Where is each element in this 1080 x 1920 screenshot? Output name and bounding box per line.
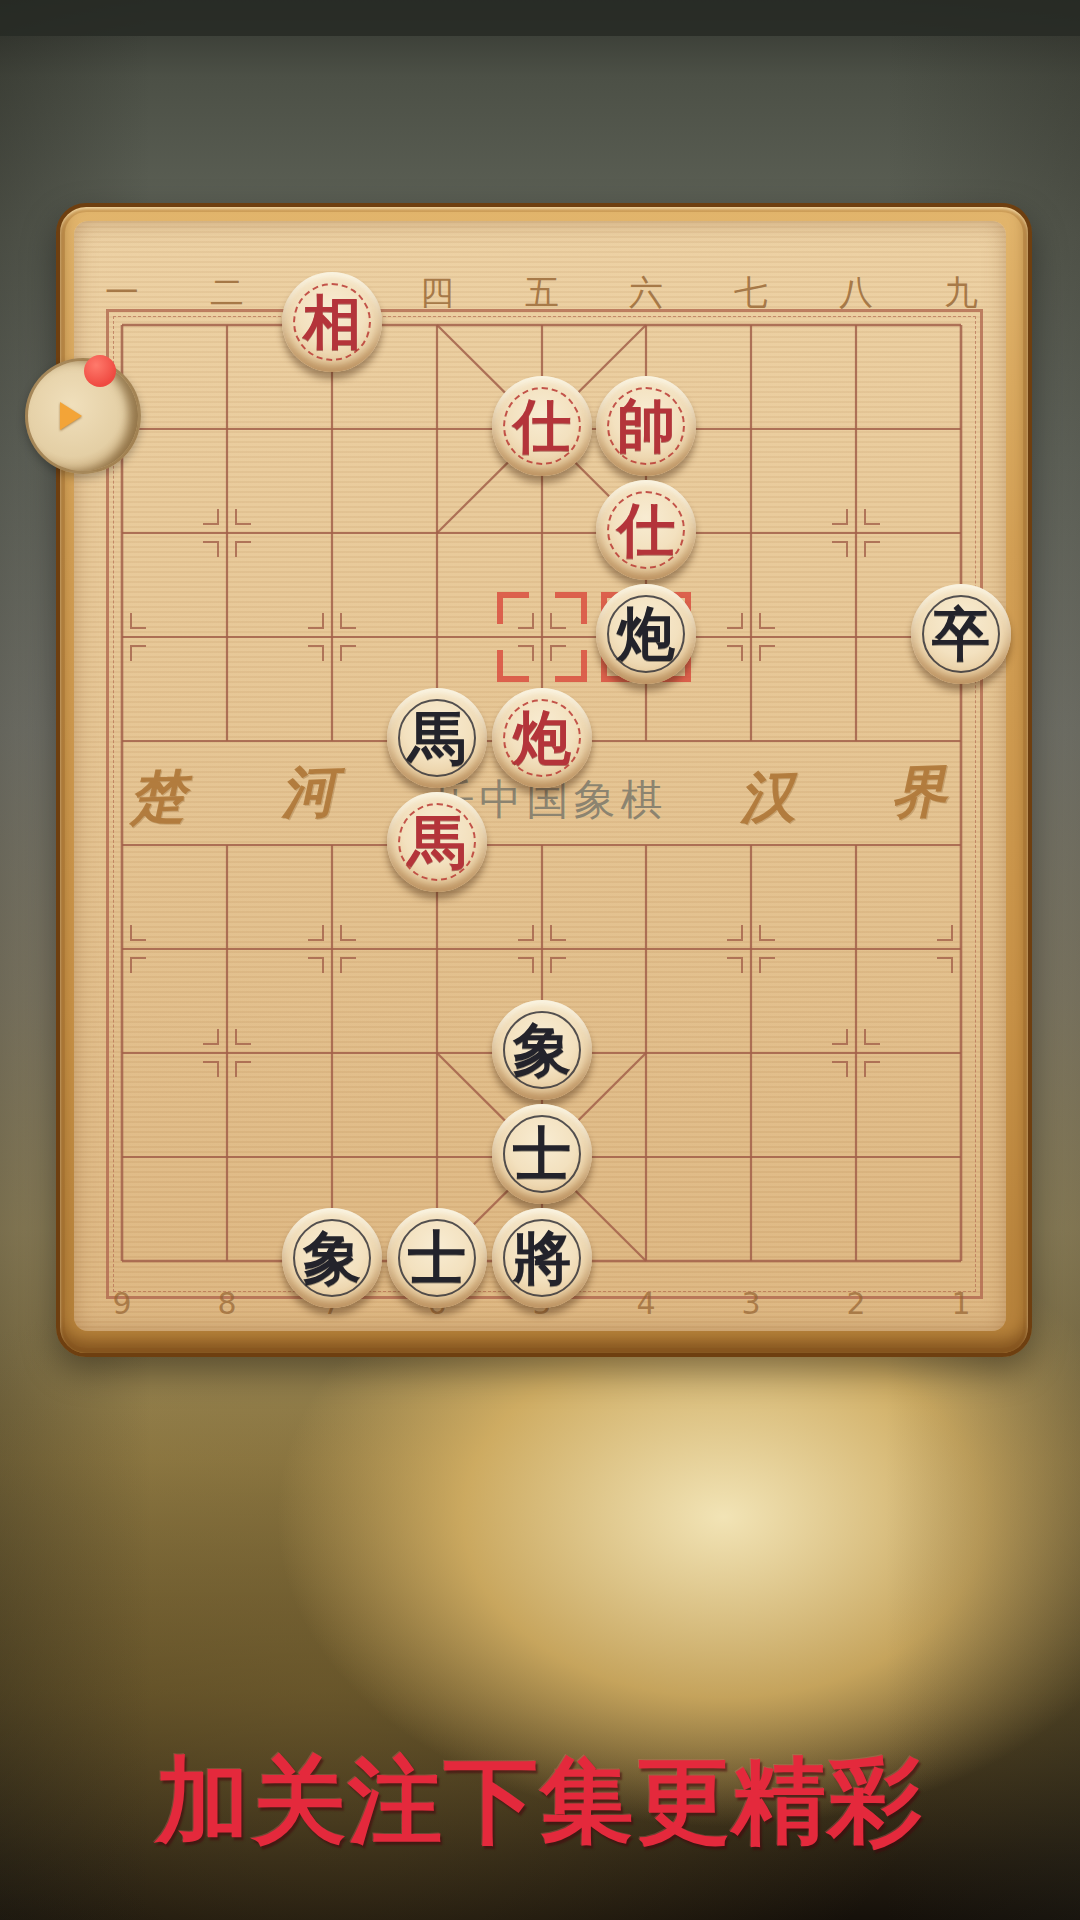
file-label-bottom: 3 [741,1286,760,1321]
piece-glyph: 炮 [492,688,592,788]
piece-black-將[interactable]: 將 [492,1208,592,1308]
piece-black-馬[interactable]: 馬 [387,688,487,788]
move-marker [497,592,587,682]
notification-dot-icon [84,355,116,387]
file-label-top: 四 [420,270,454,316]
side-drawer-badge[interactable] [25,358,141,474]
piece-glyph: 卒 [911,584,1011,684]
file-label-top: 一 [105,270,139,316]
river-text-right: 汉 界 [738,753,986,838]
piece-glyph: 帥 [596,376,696,476]
file-label-top: 二 [210,270,244,316]
piece-black-士[interactable]: 士 [492,1104,592,1204]
piece-glyph: 馬 [387,688,487,788]
file-label-top: 六 [629,270,663,316]
piece-red-仕[interactable]: 仕 [596,480,696,580]
file-label-bottom: 2 [846,1286,865,1321]
caption-text: 加关注下集更精彩 [0,1738,1080,1865]
file-label-top: 八 [839,270,873,316]
piece-black-象[interactable]: 象 [492,1000,592,1100]
file-label-bottom: 4 [636,1286,655,1321]
piece-glyph: 馬 [387,792,487,892]
piece-red-馬[interactable]: 馬 [387,792,487,892]
piece-glyph: 仕 [596,480,696,580]
piece-red-炮[interactable]: 炮 [492,688,592,788]
piece-glyph: 象 [282,1208,382,1308]
piece-glyph: 象 [492,1000,592,1100]
piece-glyph: 相 [282,272,382,372]
top-letterbox-band [0,0,1080,36]
expand-arrow-icon [60,402,82,430]
file-label-bottom: 1 [951,1286,970,1321]
piece-black-卒[interactable]: 卒 [911,584,1011,684]
piece-red-相[interactable]: 相 [282,272,382,372]
piece-black-炮[interactable]: 炮 [596,584,696,684]
piece-red-帥[interactable]: 帥 [596,376,696,476]
piece-black-士[interactable]: 士 [387,1208,487,1308]
piece-glyph: 仕 [492,376,592,476]
file-label-top: 九 [944,270,978,316]
piece-glyph: 士 [492,1104,592,1204]
file-label-bottom: 8 [217,1286,236,1321]
file-label-top: 五 [525,270,559,316]
piece-glyph: 士 [387,1208,487,1308]
piece-black-象[interactable]: 象 [282,1208,382,1308]
piece-red-仕[interactable]: 仕 [492,376,592,476]
river-text-left: 楚 河 [128,753,376,838]
file-label-bottom: 9 [112,1286,131,1321]
piece-glyph: 炮 [596,584,696,684]
file-label-top: 七 [734,270,768,316]
piece-glyph: 將 [492,1208,592,1308]
